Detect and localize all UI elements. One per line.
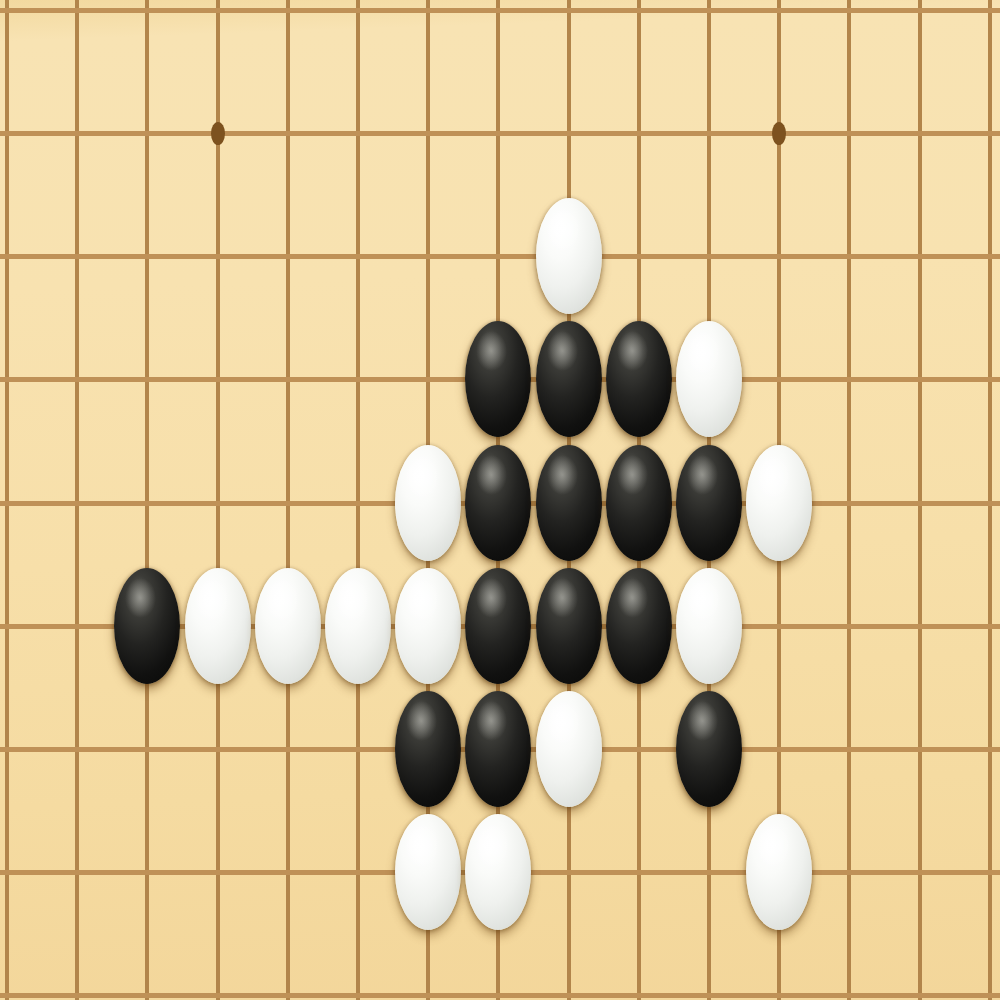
black-stone-col11-row5 <box>676 445 742 561</box>
stones-layer <box>0 0 1000 1000</box>
white-stone-col4-row6 <box>185 568 251 684</box>
white-stone-col9-row3 <box>536 198 602 314</box>
black-stone-col8-row5 <box>465 445 531 561</box>
black-stone-col7-row7 <box>395 691 461 807</box>
black-stone-col9-row5 <box>536 445 602 561</box>
white-stone-col7-row6 <box>395 568 461 684</box>
white-stone-col12-row5 <box>746 445 812 561</box>
white-stone-col11-row6 <box>676 568 742 684</box>
black-stone-col8-row4 <box>465 321 531 437</box>
black-stone-col10-row5 <box>606 445 672 561</box>
black-stone-col9-row4 <box>536 321 602 437</box>
black-stone-col3-row6 <box>114 568 180 684</box>
black-stone-col8-row7 <box>465 691 531 807</box>
black-stone-col10-row6 <box>606 568 672 684</box>
black-stone-col9-row6 <box>536 568 602 684</box>
white-stone-col9-row7 <box>536 691 602 807</box>
white-stone-col7-row8 <box>395 814 461 930</box>
white-stone-col11-row4 <box>676 321 742 437</box>
white-stone-col5-row6 <box>255 568 321 684</box>
white-stone-col7-row5 <box>395 445 461 561</box>
black-stone-col10-row4 <box>606 321 672 437</box>
black-stone-col8-row6 <box>465 568 531 684</box>
white-stone-col8-row8 <box>465 814 531 930</box>
white-stone-col12-row8 <box>746 814 812 930</box>
black-stone-col11-row7 <box>676 691 742 807</box>
go-board[interactable] <box>0 0 1000 1000</box>
white-stone-col6-row6 <box>325 568 391 684</box>
